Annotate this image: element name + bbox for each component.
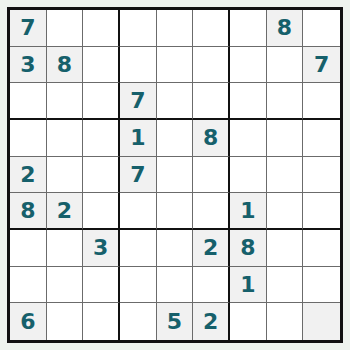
sudoku-board: 78387718278213281652 bbox=[7, 7, 343, 343]
cell-r4c2[interactable] bbox=[47, 120, 84, 157]
cell-r1c8[interactable]: 8 bbox=[267, 10, 304, 47]
cell-r4c1[interactable] bbox=[10, 120, 47, 157]
cell-r9c4[interactable] bbox=[120, 303, 157, 340]
cell-r8c1[interactable] bbox=[10, 267, 47, 304]
sudoku-page: 78387718278213281652 bbox=[0, 0, 350, 350]
cell-r4c9[interactable] bbox=[303, 120, 340, 157]
cell-r7c3[interactable]: 3 bbox=[83, 230, 120, 267]
cell-r7c1[interactable] bbox=[10, 230, 47, 267]
cell-r3c5[interactable] bbox=[157, 83, 194, 120]
cell-r3c3[interactable] bbox=[83, 83, 120, 120]
cell-r2c8[interactable] bbox=[267, 47, 304, 84]
cell-r2c6[interactable] bbox=[193, 47, 230, 84]
cell-r9c3[interactable] bbox=[83, 303, 120, 340]
cell-r6c7[interactable]: 1 bbox=[230, 193, 267, 230]
cell-r8c9[interactable] bbox=[303, 267, 340, 304]
cell-r3c9[interactable] bbox=[303, 83, 340, 120]
cell-r3c7[interactable] bbox=[230, 83, 267, 120]
cell-r9c7[interactable] bbox=[230, 303, 267, 340]
cell-r5c8[interactable] bbox=[267, 157, 304, 194]
cell-r5c1[interactable]: 2 bbox=[10, 157, 47, 194]
cell-r1c5[interactable] bbox=[157, 10, 194, 47]
cell-r9c6[interactable]: 2 bbox=[193, 303, 230, 340]
cell-r6c5[interactable] bbox=[157, 193, 194, 230]
cell-r6c1[interactable]: 8 bbox=[10, 193, 47, 230]
cell-r5c4[interactable]: 7 bbox=[120, 157, 157, 194]
cell-r7c4[interactable] bbox=[120, 230, 157, 267]
cell-r3c2[interactable] bbox=[47, 83, 84, 120]
cell-r8c8[interactable] bbox=[267, 267, 304, 304]
cell-r9c1[interactable]: 6 bbox=[10, 303, 47, 340]
cell-r6c4[interactable] bbox=[120, 193, 157, 230]
cell-r9c9[interactable] bbox=[303, 303, 340, 340]
cell-r8c6[interactable] bbox=[193, 267, 230, 304]
cell-r3c6[interactable] bbox=[193, 83, 230, 120]
cell-r7c6[interactable]: 2 bbox=[193, 230, 230, 267]
cell-r5c6[interactable] bbox=[193, 157, 230, 194]
cell-r6c3[interactable] bbox=[83, 193, 120, 230]
cell-r8c2[interactable] bbox=[47, 267, 84, 304]
cell-r5c9[interactable] bbox=[303, 157, 340, 194]
cell-r2c1[interactable]: 3 bbox=[10, 47, 47, 84]
cell-r5c5[interactable] bbox=[157, 157, 194, 194]
cell-r5c2[interactable] bbox=[47, 157, 84, 194]
cell-r1c7[interactable] bbox=[230, 10, 267, 47]
cell-r1c1[interactable]: 7 bbox=[10, 10, 47, 47]
cell-r3c1[interactable] bbox=[10, 83, 47, 120]
cell-r1c6[interactable] bbox=[193, 10, 230, 47]
cell-r6c9[interactable] bbox=[303, 193, 340, 230]
cell-r8c4[interactable] bbox=[120, 267, 157, 304]
cell-r3c8[interactable] bbox=[267, 83, 304, 120]
cell-r1c4[interactable] bbox=[120, 10, 157, 47]
cell-r4c3[interactable] bbox=[83, 120, 120, 157]
cell-r5c3[interactable] bbox=[83, 157, 120, 194]
cell-r1c3[interactable] bbox=[83, 10, 120, 47]
cell-r8c5[interactable] bbox=[157, 267, 194, 304]
cell-r9c2[interactable] bbox=[47, 303, 84, 340]
cell-r1c2[interactable] bbox=[47, 10, 84, 47]
cell-r3c4[interactable]: 7 bbox=[120, 83, 157, 120]
cell-r8c7[interactable]: 1 bbox=[230, 267, 267, 304]
cell-r4c5[interactable] bbox=[157, 120, 194, 157]
cell-r6c2[interactable]: 2 bbox=[47, 193, 84, 230]
cell-r4c6[interactable]: 8 bbox=[193, 120, 230, 157]
cell-r8c3[interactable] bbox=[83, 267, 120, 304]
cell-r4c7[interactable] bbox=[230, 120, 267, 157]
cell-r9c5[interactable]: 5 bbox=[157, 303, 194, 340]
cell-r2c7[interactable] bbox=[230, 47, 267, 84]
cell-r6c6[interactable] bbox=[193, 193, 230, 230]
cell-r2c5[interactable] bbox=[157, 47, 194, 84]
cell-r7c7[interactable]: 8 bbox=[230, 230, 267, 267]
cell-r2c3[interactable] bbox=[83, 47, 120, 84]
cell-r4c8[interactable] bbox=[267, 120, 304, 157]
cell-r2c2[interactable]: 8 bbox=[47, 47, 84, 84]
cell-r9c8[interactable] bbox=[267, 303, 304, 340]
cell-r5c7[interactable] bbox=[230, 157, 267, 194]
cell-r2c9[interactable]: 7 bbox=[303, 47, 340, 84]
cell-r7c9[interactable] bbox=[303, 230, 340, 267]
cell-r7c8[interactable] bbox=[267, 230, 304, 267]
cell-r4c4[interactable]: 1 bbox=[120, 120, 157, 157]
cell-r1c9[interactable] bbox=[303, 10, 340, 47]
cell-r7c5[interactable] bbox=[157, 230, 194, 267]
cell-r2c4[interactable] bbox=[120, 47, 157, 84]
cell-r7c2[interactable] bbox=[47, 230, 84, 267]
cell-r6c8[interactable] bbox=[267, 193, 304, 230]
